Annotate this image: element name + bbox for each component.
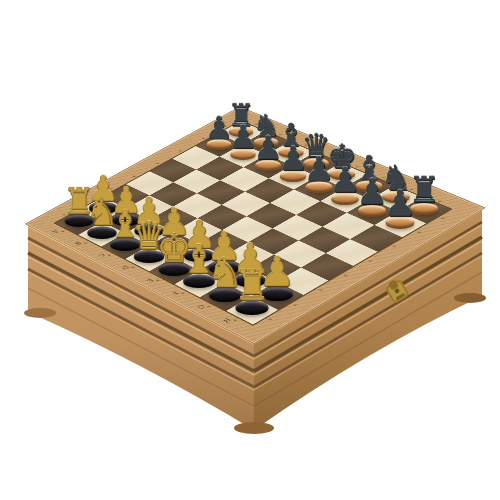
brass-pin-icon: [318, 288, 323, 291]
brass-pin-icon: [329, 154, 333, 156]
brass-pin-icon: [233, 319, 238, 322]
brass-pin-icon: [107, 254, 111, 256]
brass-pin-icon: [62, 214, 66, 216]
file-label-c: C: [97, 253, 108, 258]
brass-pin-icon: [437, 200, 442, 202]
brass-pin-icon: [61, 230, 65, 232]
file-label-b: B: [73, 241, 83, 246]
brass-pin-icon: [201, 137, 205, 139]
brass-pin-icon: [268, 318, 273, 321]
brass-pin-icon: [382, 177, 387, 179]
brass-pin-icon: [343, 274, 348, 277]
chess-set-photo: ABCDEFGH ♜♞♝♛♚♝♞♜♟♟♟♟♟♟♟♟♟♟♟♟♟♟♟♟♜♞♝♛♚♝♞…: [0, 0, 500, 500]
file-label-h: H: [221, 317, 233, 323]
brass-pin-icon: [181, 292, 186, 295]
brass-pin-icon: [279, 133, 283, 135]
brass-pin-icon: [441, 217, 446, 219]
brass-pin-icon: [131, 266, 135, 268]
brass-pin-icon: [409, 188, 414, 190]
brass-pin-icon: [304, 144, 308, 146]
file-label-d: D: [120, 265, 131, 271]
brass-pin-icon: [392, 245, 397, 247]
brass-pin-icon: [355, 165, 360, 167]
brass-pin-icon: [178, 150, 182, 152]
brass-pin-icon: [368, 259, 373, 262]
brass-pin-icon: [84, 242, 88, 244]
brass-pin-icon: [206, 305, 211, 308]
brass-pin-icon: [155, 279, 160, 281]
file-label-e: E: [145, 278, 156, 283]
file-label-f: F: [170, 291, 181, 296]
brass-pin-icon: [85, 201, 89, 203]
brass-pin-icon: [417, 231, 422, 233]
file-label-a: A: [51, 229, 61, 234]
brass-pin-icon: [224, 125, 228, 127]
file-label-g: G: [195, 304, 207, 310]
brass-pin-icon: [109, 188, 113, 190]
brass-pin-icon: [155, 162, 159, 164]
brass-pin-icon: [132, 175, 136, 177]
brass-pin-icon: [293, 303, 298, 306]
brass-pin-icon: [254, 123, 258, 125]
